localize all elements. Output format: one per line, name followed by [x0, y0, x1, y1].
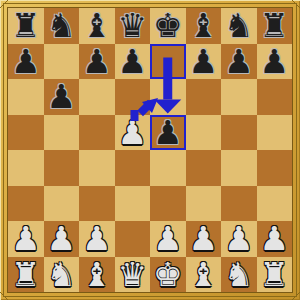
black-knight-icon: ♞: [221, 8, 257, 44]
square-h3[interactable]: [257, 186, 293, 222]
square-c8[interactable]: ♝: [79, 8, 115, 44]
square-h1[interactable]: ♜: [257, 257, 293, 293]
white-knight-icon: ♞: [44, 257, 80, 293]
square-h4[interactable]: [257, 150, 293, 186]
black-rook-icon: ♜: [8, 8, 44, 44]
white-pawn-icon: ♟: [221, 221, 257, 257]
black-pawn-icon: ♟: [8, 44, 44, 80]
square-c2[interactable]: ♟: [79, 221, 115, 257]
square-a7[interactable]: ♟: [8, 44, 44, 80]
frame-corner-miter: [292, 292, 300, 300]
square-c6[interactable]: [79, 79, 115, 115]
square-f4[interactable]: [186, 150, 222, 186]
black-pawn-icon: ♟: [44, 79, 80, 115]
black-pawn-icon: ♟: [79, 44, 115, 80]
square-f5[interactable]: [186, 115, 222, 151]
square-d7[interactable]: ♟: [115, 44, 151, 80]
frame-corner-miter: [0, 292, 8, 300]
square-g5[interactable]: [221, 115, 257, 151]
square-g3[interactable]: [221, 186, 257, 222]
white-pawn-icon: ♟: [79, 221, 115, 257]
square-c3[interactable]: [79, 186, 115, 222]
square-g8[interactable]: ♞: [221, 8, 257, 44]
black-knight-icon: ♞: [44, 8, 80, 44]
square-e1[interactable]: ♚: [150, 257, 186, 293]
square-a6[interactable]: [8, 79, 44, 115]
white-rook-icon: ♜: [8, 257, 44, 293]
square-b2[interactable]: ♟: [44, 221, 80, 257]
square-c4[interactable]: [79, 150, 115, 186]
square-g2[interactable]: ♟: [221, 221, 257, 257]
square-b5[interactable]: [44, 115, 80, 151]
white-knight-icon: ♞: [221, 257, 257, 293]
square-d6[interactable]: [115, 79, 151, 115]
square-e8[interactable]: ♚: [150, 8, 186, 44]
white-bishop-icon: ♝: [186, 257, 222, 293]
chess-app-window: ♜♞♝♛♚♝♞♜♟♟♟♟♟♟♟♟♟♟♟♟♟♟♟♟♜♞♝♛♚♝♞♜: [0, 0, 300, 300]
square-a8[interactable]: ♜: [8, 8, 44, 44]
square-e7[interactable]: [150, 44, 186, 80]
black-pawn-icon: ♟: [150, 115, 186, 151]
square-f3[interactable]: [186, 186, 222, 222]
square-e4[interactable]: [150, 150, 186, 186]
black-pawn-icon: ♟: [257, 44, 293, 80]
square-b7[interactable]: [44, 44, 80, 80]
white-pawn-icon: ♟: [150, 221, 186, 257]
frame-corner-miter: [292, 0, 300, 8]
white-rook-icon: ♜: [257, 257, 293, 293]
square-g1[interactable]: ♞: [221, 257, 257, 293]
white-king-icon: ♚: [150, 257, 186, 293]
square-d3[interactable]: [115, 186, 151, 222]
square-e5[interactable]: ♟: [150, 115, 186, 151]
square-e2[interactable]: ♟: [150, 221, 186, 257]
white-bishop-icon: ♝: [79, 257, 115, 293]
square-h7[interactable]: ♟: [257, 44, 293, 80]
square-d4[interactable]: [115, 150, 151, 186]
square-g7[interactable]: ♟: [221, 44, 257, 80]
square-d1[interactable]: ♛: [115, 257, 151, 293]
square-h5[interactable]: [257, 115, 293, 151]
square-f6[interactable]: [186, 79, 222, 115]
white-pawn-icon: ♟: [115, 115, 151, 151]
square-b4[interactable]: [44, 150, 80, 186]
square-a3[interactable]: [8, 186, 44, 222]
black-king-icon: ♚: [150, 8, 186, 44]
white-pawn-icon: ♟: [8, 221, 44, 257]
square-h8[interactable]: ♜: [257, 8, 293, 44]
square-b8[interactable]: ♞: [44, 8, 80, 44]
square-h6[interactable]: [257, 79, 293, 115]
square-a2[interactable]: ♟: [8, 221, 44, 257]
white-pawn-icon: ♟: [186, 221, 222, 257]
black-pawn-icon: ♟: [186, 44, 222, 80]
square-f1[interactable]: ♝: [186, 257, 222, 293]
square-e3[interactable]: [150, 186, 186, 222]
square-d2[interactable]: [115, 221, 151, 257]
square-f8[interactable]: ♝: [186, 8, 222, 44]
black-bishop-icon: ♝: [79, 8, 115, 44]
black-pawn-icon: ♟: [115, 44, 151, 80]
black-pawn-icon: ♟: [221, 44, 257, 80]
square-b1[interactable]: ♞: [44, 257, 80, 293]
square-g6[interactable]: [221, 79, 257, 115]
square-f2[interactable]: ♟: [186, 221, 222, 257]
white-pawn-icon: ♟: [44, 221, 80, 257]
square-b3[interactable]: [44, 186, 80, 222]
black-rook-icon: ♜: [257, 8, 293, 44]
square-a4[interactable]: [8, 150, 44, 186]
square-e6[interactable]: [150, 79, 186, 115]
square-c1[interactable]: ♝: [79, 257, 115, 293]
square-h2[interactable]: ♟: [257, 221, 293, 257]
square-g4[interactable]: [221, 150, 257, 186]
white-pawn-icon: ♟: [257, 221, 293, 257]
square-a1[interactable]: ♜: [8, 257, 44, 293]
square-a5[interactable]: [8, 115, 44, 151]
square-d8[interactable]: ♛: [115, 8, 151, 44]
square-b6[interactable]: ♟: [44, 79, 80, 115]
square-c5[interactable]: [79, 115, 115, 151]
square-c7[interactable]: ♟: [79, 44, 115, 80]
white-queen-icon: ♛: [115, 257, 151, 293]
black-queen-icon: ♛: [115, 8, 151, 44]
chess-board[interactable]: ♜♞♝♛♚♝♞♜♟♟♟♟♟♟♟♟♟♟♟♟♟♟♟♟♜♞♝♛♚♝♞♜: [8, 8, 292, 292]
square-f7[interactable]: ♟: [186, 44, 222, 80]
square-d5[interactable]: ♟: [115, 115, 151, 151]
black-bishop-icon: ♝: [186, 8, 222, 44]
frame-corner-miter: [0, 0, 8, 8]
